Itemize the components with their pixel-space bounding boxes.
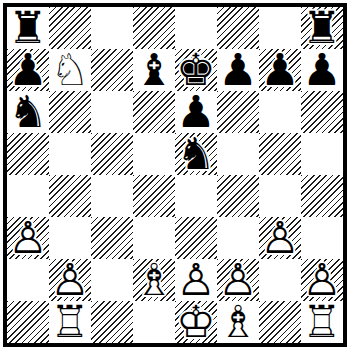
square-g2[interactable] bbox=[259, 259, 301, 301]
square-c1[interactable] bbox=[91, 301, 133, 343]
square-h4[interactable] bbox=[301, 175, 343, 217]
piece-black-bishop: ♝♝ bbox=[133, 49, 175, 91]
piece-white-pawn: ♟♙ bbox=[217, 259, 259, 301]
piece-black-pawn: ♟♟ bbox=[7, 49, 49, 91]
piece-glyph: ♞ bbox=[175, 133, 217, 175]
square-h6[interactable] bbox=[301, 91, 343, 133]
square-c7[interactable] bbox=[91, 49, 133, 91]
square-a5[interactable] bbox=[7, 133, 49, 175]
square-c5[interactable] bbox=[91, 133, 133, 175]
piece-black-knight: ♞♞ bbox=[175, 133, 217, 175]
square-g8[interactable] bbox=[259, 7, 301, 49]
piece-glyph: ♟ bbox=[301, 49, 343, 91]
square-d4[interactable] bbox=[133, 175, 175, 217]
piece-glyph: ♙ bbox=[175, 259, 217, 301]
square-e1[interactable]: ♚♔ bbox=[175, 301, 217, 343]
piece-white-pawn: ♟♙ bbox=[7, 217, 49, 259]
piece-black-pawn: ♟♟ bbox=[217, 49, 259, 91]
piece-glyph: ♔ bbox=[175, 301, 217, 343]
piece-glyph: ♗ bbox=[133, 259, 175, 301]
square-h3[interactable] bbox=[301, 217, 343, 259]
square-e2[interactable]: ♟♙ bbox=[175, 259, 217, 301]
square-e5[interactable]: ♞♞ bbox=[175, 133, 217, 175]
square-g3[interactable]: ♟♙ bbox=[259, 217, 301, 259]
piece-black-pawn: ♟♟ bbox=[175, 91, 217, 133]
square-h2[interactable]: ♟♙ bbox=[301, 259, 343, 301]
piece-white-knight: ♞♘ bbox=[49, 49, 91, 91]
square-b4[interactable] bbox=[49, 175, 91, 217]
square-f6[interactable] bbox=[217, 91, 259, 133]
piece-glyph: ♙ bbox=[7, 217, 49, 259]
square-h5[interactable] bbox=[301, 133, 343, 175]
square-c2[interactable] bbox=[91, 259, 133, 301]
square-g4[interactable] bbox=[259, 175, 301, 217]
square-f3[interactable] bbox=[217, 217, 259, 259]
square-d2[interactable]: ♝♗ bbox=[133, 259, 175, 301]
square-a8[interactable]: ♜♜ bbox=[7, 7, 49, 49]
square-e6[interactable]: ♟♟ bbox=[175, 91, 217, 133]
square-a1[interactable] bbox=[7, 301, 49, 343]
square-g1[interactable] bbox=[259, 301, 301, 343]
square-d5[interactable] bbox=[133, 133, 175, 175]
square-c6[interactable] bbox=[91, 91, 133, 133]
square-d8[interactable] bbox=[133, 7, 175, 49]
square-h7[interactable]: ♟♟ bbox=[301, 49, 343, 91]
piece-glyph: ♖ bbox=[49, 301, 91, 343]
piece-glyph: ♚ bbox=[175, 49, 217, 91]
piece-white-rook: ♜♖ bbox=[301, 301, 343, 343]
piece-white-pawn: ♟♙ bbox=[301, 259, 343, 301]
square-b2[interactable]: ♟♙ bbox=[49, 259, 91, 301]
square-e8[interactable] bbox=[175, 7, 217, 49]
square-e4[interactable] bbox=[175, 175, 217, 217]
piece-glyph: ♟ bbox=[175, 91, 217, 133]
piece-glyph: ♙ bbox=[217, 259, 259, 301]
square-b1[interactable]: ♜♖ bbox=[49, 301, 91, 343]
piece-black-rook: ♜♜ bbox=[7, 7, 49, 49]
square-h8[interactable]: ♜♜ bbox=[301, 7, 343, 49]
square-f5[interactable] bbox=[217, 133, 259, 175]
square-a7[interactable]: ♟♟ bbox=[7, 49, 49, 91]
piece-white-bishop: ♝♗ bbox=[133, 259, 175, 301]
piece-white-bishop: ♝♗ bbox=[217, 301, 259, 343]
square-d1[interactable] bbox=[133, 301, 175, 343]
chessboard: ♜♜♜♜♟♟♞♘♝♝♚♚♟♟♟♟♟♟♞♞♟♟♞♞♟♙♟♙♟♙♝♗♟♙♟♙♟♙♜♖… bbox=[7, 7, 343, 343]
square-f2[interactable]: ♟♙ bbox=[217, 259, 259, 301]
square-f7[interactable]: ♟♟ bbox=[217, 49, 259, 91]
piece-black-knight: ♞♞ bbox=[7, 91, 49, 133]
square-f1[interactable]: ♝♗ bbox=[217, 301, 259, 343]
square-d7[interactable]: ♝♝ bbox=[133, 49, 175, 91]
square-a4[interactable] bbox=[7, 175, 49, 217]
chess-diagram: ♜♜♜♜♟♟♞♘♝♝♚♚♟♟♟♟♟♟♞♞♟♟♞♞♟♙♟♙♟♙♝♗♟♙♟♙♟♙♜♖… bbox=[0, 0, 350, 350]
square-a2[interactable] bbox=[7, 259, 49, 301]
piece-white-rook: ♜♖ bbox=[49, 301, 91, 343]
square-e7[interactable]: ♚♚ bbox=[175, 49, 217, 91]
piece-white-pawn: ♟♙ bbox=[49, 259, 91, 301]
piece-glyph: ♙ bbox=[49, 259, 91, 301]
piece-glyph: ♙ bbox=[259, 217, 301, 259]
square-d6[interactable] bbox=[133, 91, 175, 133]
piece-black-king: ♚♚ bbox=[175, 49, 217, 91]
square-b5[interactable] bbox=[49, 133, 91, 175]
piece-white-king: ♚♔ bbox=[175, 301, 217, 343]
square-f4[interactable] bbox=[217, 175, 259, 217]
piece-glyph: ♘ bbox=[49, 49, 91, 91]
square-g6[interactable] bbox=[259, 91, 301, 133]
square-a6[interactable]: ♞♞ bbox=[7, 91, 49, 133]
piece-white-pawn: ♟♙ bbox=[259, 217, 301, 259]
square-d3[interactable] bbox=[133, 217, 175, 259]
piece-glyph: ♖ bbox=[301, 301, 343, 343]
square-c8[interactable] bbox=[91, 7, 133, 49]
piece-black-pawn: ♟♟ bbox=[301, 49, 343, 91]
piece-glyph: ♟ bbox=[259, 49, 301, 91]
piece-glyph: ♟ bbox=[7, 49, 49, 91]
square-h1[interactable]: ♜♖ bbox=[301, 301, 343, 343]
piece-white-pawn: ♟♙ bbox=[175, 259, 217, 301]
piece-glyph: ♝ bbox=[133, 49, 175, 91]
piece-black-pawn: ♟♟ bbox=[259, 49, 301, 91]
square-g5[interactable] bbox=[259, 133, 301, 175]
square-b7[interactable]: ♞♘ bbox=[49, 49, 91, 91]
square-b8[interactable] bbox=[49, 7, 91, 49]
piece-glyph: ♜ bbox=[301, 7, 343, 49]
square-c3[interactable] bbox=[91, 217, 133, 259]
square-b3[interactable] bbox=[49, 217, 91, 259]
piece-glyph: ♙ bbox=[301, 259, 343, 301]
square-a3[interactable]: ♟♙ bbox=[7, 217, 49, 259]
piece-glyph: ♞ bbox=[7, 91, 49, 133]
board-border: ♜♜♜♜♟♟♞♘♝♝♚♚♟♟♟♟♟♟♞♞♟♟♞♞♟♙♟♙♟♙♝♗♟♙♟♙♟♙♜♖… bbox=[3, 3, 347, 347]
square-e3[interactable] bbox=[175, 217, 217, 259]
square-f8[interactable] bbox=[217, 7, 259, 49]
piece-glyph: ♗ bbox=[217, 301, 259, 343]
square-c4[interactable] bbox=[91, 175, 133, 217]
piece-black-rook: ♜♜ bbox=[301, 7, 343, 49]
piece-glyph: ♜ bbox=[7, 7, 49, 49]
square-b6[interactable] bbox=[49, 91, 91, 133]
square-g7[interactable]: ♟♟ bbox=[259, 49, 301, 91]
piece-glyph: ♟ bbox=[217, 49, 259, 91]
